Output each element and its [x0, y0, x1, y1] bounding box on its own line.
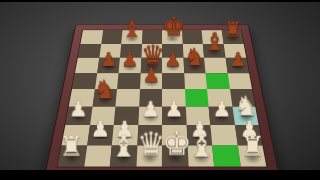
square-e8[interactable]: ♚ [162, 31, 182, 44]
piece-black-pawn[interactable]: ♟ [162, 50, 184, 69]
square-g7[interactable]: ♝ [203, 44, 225, 58]
square-e1[interactable]: ♚ [162, 145, 188, 167]
square-h1[interactable]: ♜ [237, 145, 266, 167]
square-f4[interactable] [185, 89, 209, 106]
video-frame: ♝♚♜♝♟♟♛♟♞♟♟♞♟♟♟♟♞♟♟♟♟♜♝♛♚♝♜ [0, 0, 320, 180]
square-b1[interactable] [84, 145, 112, 167]
piece-white-bishop[interactable]: ♝ [110, 131, 136, 161]
square-d3[interactable]: ♟ [138, 107, 162, 126]
piece-black-bishop[interactable]: ♝ [121, 17, 141, 40]
piece-white-pawn[interactable]: ♟ [87, 118, 112, 140]
square-c4[interactable] [115, 89, 139, 106]
piece-black-knight[interactable]: ♞ [93, 76, 116, 102]
square-f1[interactable]: ♝ [187, 145, 214, 167]
square-h5[interactable] [227, 73, 252, 89]
piece-black-pawn[interactable]: ♟ [227, 50, 249, 69]
square-b6[interactable]: ♟ [97, 58, 120, 73]
piece-black-pawn[interactable]: ♟ [119, 50, 141, 69]
square-c1[interactable]: ♝ [110, 145, 137, 167]
square-h6[interactable]: ♟ [225, 58, 249, 73]
chess-board: ♝♚♜♝♟♟♛♟♞♟♟♞♟♟♟♟♞♟♟♟♟♜♝♛♚♝♜ [56, 30, 268, 168]
piece-white-pawn[interactable]: ♟ [210, 99, 234, 120]
square-b4[interactable]: ♞ [92, 89, 117, 106]
piece-white-pawn[interactable]: ♟ [162, 99, 186, 120]
square-d1[interactable]: ♛ [136, 145, 162, 167]
square-f5[interactable] [184, 73, 207, 89]
piece-black-king[interactable]: ♚ [162, 14, 182, 40]
square-g3[interactable]: ♟ [209, 107, 235, 126]
piece-black-pawn[interactable]: ♟ [97, 50, 119, 69]
piece-white-king[interactable]: ♚ [162, 128, 188, 161]
square-g1[interactable] [212, 145, 240, 167]
piece-black-bishop[interactable]: ♝ [204, 30, 225, 54]
square-b8[interactable] [101, 31, 123, 44]
square-e5[interactable] [162, 73, 185, 89]
piece-black-rook[interactable]: ♜ [223, 19, 243, 41]
square-c5[interactable] [117, 73, 140, 89]
square-a1[interactable]: ♜ [57, 145, 86, 167]
letterbox-bar-top [0, 0, 320, 2]
square-d5[interactable]: ♟ [139, 73, 162, 89]
square-c6[interactable]: ♟ [118, 58, 140, 73]
square-g5[interactable] [206, 73, 230, 89]
square-f6[interactable]: ♞ [183, 58, 205, 73]
piece-white-rook[interactable]: ♜ [58, 134, 84, 162]
piece-white-rook[interactable]: ♜ [240, 134, 266, 162]
square-c8[interactable]: ♝ [121, 31, 142, 44]
square-a6[interactable] [75, 58, 99, 73]
square-e6[interactable]: ♟ [162, 58, 184, 73]
square-a8[interactable] [80, 31, 102, 44]
letterbox-bar-bottom [0, 170, 320, 180]
piece-black-knight[interactable]: ♞ [184, 45, 206, 69]
piece-black-pawn[interactable]: ♟ [140, 65, 162, 85]
square-g6[interactable] [204, 58, 227, 73]
square-e3[interactable]: ♟ [162, 107, 186, 126]
piece-white-pawn[interactable]: ♟ [138, 99, 162, 120]
piece-white-queen[interactable]: ♛ [136, 129, 162, 161]
chess-app-scene: ♝♚♜♝♟♟♛♟♞♟♟♞♟♟♟♟♞♟♟♟♟♜♝♛♚♝♜ [0, 2, 320, 170]
piece-white-bishop[interactable]: ♝ [188, 131, 214, 161]
chess-board-frame: ♝♚♜♝♟♟♛♟♞♟♟♞♟♟♟♟♞♟♟♟♟♜♝♛♚♝♜ [44, 25, 281, 178]
piece-white-pawn[interactable]: ♟ [66, 99, 90, 120]
